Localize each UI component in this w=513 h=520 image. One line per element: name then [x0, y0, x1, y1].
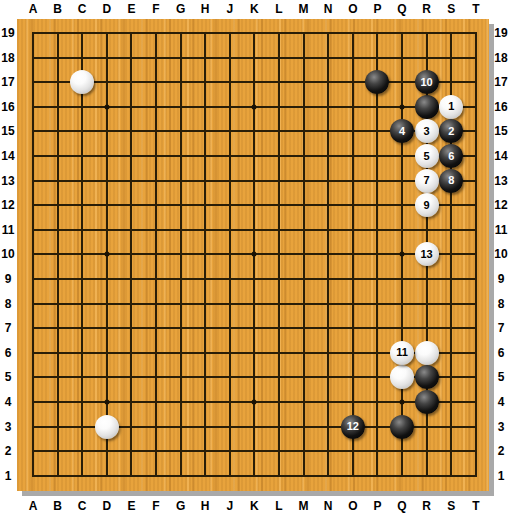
column-label-bottom-P: P	[373, 499, 381, 513]
row-label-right-18: 18	[494, 51, 507, 65]
row-label-right-6: 6	[498, 346, 505, 360]
move-number: 7	[424, 175, 430, 186]
row-label-right-8: 8	[498, 297, 505, 311]
stone-white-C17[interactable]	[70, 70, 94, 94]
row-label-left-11: 11	[2, 223, 15, 237]
column-label-bottom-S: S	[447, 499, 455, 513]
column-label-bottom-N: N	[324, 499, 333, 513]
grid-line-vertical	[303, 32, 305, 477]
row-label-right-16: 16	[494, 100, 507, 114]
star-point-K10	[252, 252, 257, 257]
stone-black-S15[interactable]: 2	[439, 119, 463, 143]
move-number: 11	[396, 347, 408, 358]
row-label-left-6: 6	[5, 346, 12, 360]
row-label-right-1: 1	[498, 469, 505, 483]
grid-line-vertical	[327, 32, 329, 477]
column-label-bottom-E: E	[127, 499, 135, 513]
column-label-top-A: A	[29, 2, 38, 16]
row-label-right-15: 15	[494, 124, 507, 138]
column-label-bottom-F: F	[152, 499, 159, 513]
row-label-left-9: 9	[5, 272, 12, 286]
grid-line-vertical	[352, 32, 354, 477]
row-label-left-7: 7	[5, 321, 12, 335]
column-label-top-K: K	[250, 2, 259, 16]
stone-white-D3[interactable]	[95, 415, 119, 439]
column-label-bottom-M: M	[299, 499, 309, 513]
stone-black-R16[interactable]	[415, 95, 439, 119]
column-label-bottom-L: L	[275, 499, 282, 513]
column-label-top-E: E	[127, 2, 135, 16]
move-number: 1	[448, 101, 454, 112]
row-label-left-2: 2	[5, 444, 12, 458]
column-label-top-N: N	[324, 2, 333, 16]
row-label-right-10: 10	[494, 247, 507, 261]
star-point-Q16	[400, 104, 405, 109]
stone-white-R14[interactable]: 5	[415, 144, 439, 168]
row-label-right-4: 4	[498, 395, 505, 409]
column-label-top-Q: Q	[397, 2, 406, 16]
row-label-left-19: 19	[1, 26, 14, 40]
star-point-D4	[104, 400, 109, 405]
stone-white-R6[interactable]	[415, 341, 439, 365]
stone-black-S14[interactable]: 6	[439, 144, 463, 168]
go-diagram: 12345678910111213 AABBCCDDEEFFGGHHJJKKLL…	[0, 0, 513, 520]
row-label-right-7: 7	[498, 321, 505, 335]
grid-line-vertical	[475, 32, 477, 477]
column-label-top-J: J	[226, 2, 233, 16]
row-label-left-14: 14	[1, 149, 14, 163]
row-label-left-16: 16	[1, 100, 14, 114]
stone-black-P17[interactable]	[365, 70, 389, 94]
column-label-bottom-O: O	[348, 499, 357, 513]
stone-white-R13[interactable]: 7	[415, 169, 439, 193]
row-label-left-12: 12	[1, 198, 14, 212]
grid-line-horizontal	[32, 475, 477, 477]
row-label-left-13: 13	[1, 174, 14, 188]
row-label-right-19: 19	[494, 26, 507, 40]
column-label-bottom-T: T	[472, 499, 479, 513]
row-label-right-9: 9	[498, 272, 505, 286]
row-label-left-18: 18	[1, 51, 14, 65]
go-board[interactable]: 12345678910111213	[17, 19, 489, 491]
move-number: 8	[448, 175, 454, 186]
move-number: 3	[424, 126, 430, 137]
stone-black-R5[interactable]	[415, 365, 439, 389]
row-label-right-5: 5	[498, 370, 505, 384]
move-number: 2	[448, 126, 454, 137]
column-label-top-R: R	[422, 2, 431, 16]
column-label-bottom-K: K	[250, 499, 259, 513]
column-label-top-T: T	[472, 2, 479, 16]
column-label-top-P: P	[373, 2, 381, 16]
grid-line-vertical	[278, 32, 280, 477]
move-number: 5	[424, 151, 430, 162]
move-number: 13	[420, 249, 432, 260]
row-label-right-14: 14	[494, 149, 507, 163]
column-label-top-O: O	[348, 2, 357, 16]
column-label-top-B: B	[53, 2, 62, 16]
row-label-left-8: 8	[5, 297, 12, 311]
grid-line-horizontal	[32, 450, 477, 452]
star-point-D10	[104, 252, 109, 257]
column-label-top-S: S	[447, 2, 455, 16]
grid-line-horizontal	[32, 278, 477, 280]
column-label-top-C: C	[78, 2, 87, 16]
stone-white-R10[interactable]: 13	[415, 242, 439, 266]
move-number: 9	[424, 200, 430, 211]
grid-line-horizontal	[32, 303, 477, 305]
grid-line-horizontal	[32, 327, 477, 329]
star-point-D16	[104, 104, 109, 109]
stone-black-O3[interactable]: 12	[341, 415, 365, 439]
row-label-right-17: 17	[494, 75, 507, 89]
stone-black-R4[interactable]	[415, 390, 439, 414]
column-label-bottom-D: D	[102, 499, 111, 513]
row-label-left-10: 10	[1, 247, 14, 261]
stone-black-R17[interactable]: 10	[415, 70, 439, 94]
stone-black-Q15[interactable]: 4	[390, 119, 414, 143]
column-label-bottom-A: A	[29, 499, 38, 513]
column-label-bottom-C: C	[78, 499, 87, 513]
column-label-bottom-H: H	[201, 499, 210, 513]
star-point-Q4	[400, 400, 405, 405]
row-label-right-3: 3	[498, 420, 505, 434]
stone-white-Q6[interactable]: 11	[390, 341, 414, 365]
stone-white-S16[interactable]: 1	[439, 95, 463, 119]
star-point-K4	[252, 400, 257, 405]
row-label-right-11: 11	[495, 223, 508, 237]
row-label-left-17: 17	[1, 75, 14, 89]
grid-line-vertical	[376, 32, 378, 477]
row-label-left-5: 5	[5, 370, 12, 384]
stone-black-Q3[interactable]	[390, 415, 414, 439]
stone-black-S13[interactable]: 8	[439, 169, 463, 193]
row-label-right-2: 2	[498, 444, 505, 458]
move-number: 4	[399, 126, 405, 137]
column-label-top-F: F	[152, 2, 159, 16]
column-label-bottom-J: J	[226, 499, 233, 513]
column-label-top-L: L	[275, 2, 282, 16]
column-label-bottom-Q: Q	[397, 499, 406, 513]
row-label-left-15: 15	[1, 124, 14, 138]
column-label-top-M: M	[299, 2, 309, 16]
move-number: 6	[448, 151, 454, 162]
row-label-right-13: 13	[494, 174, 507, 188]
stone-white-R15[interactable]: 3	[415, 119, 439, 143]
column-label-bottom-B: B	[53, 499, 62, 513]
column-label-top-H: H	[201, 2, 210, 16]
row-label-right-12: 12	[494, 198, 507, 212]
column-label-top-G: G	[176, 2, 185, 16]
row-label-left-4: 4	[5, 395, 12, 409]
stone-white-R12[interactable]: 9	[415, 193, 439, 217]
column-label-top-D: D	[102, 2, 111, 16]
stone-white-Q5[interactable]	[390, 365, 414, 389]
move-number: 12	[347, 421, 359, 432]
column-label-bottom-R: R	[422, 499, 431, 513]
move-number: 10	[420, 77, 432, 88]
column-label-bottom-G: G	[176, 499, 185, 513]
row-label-left-3: 3	[5, 420, 12, 434]
row-label-left-1: 1	[5, 469, 12, 483]
star-point-K16	[252, 104, 257, 109]
star-point-Q10	[400, 252, 405, 257]
